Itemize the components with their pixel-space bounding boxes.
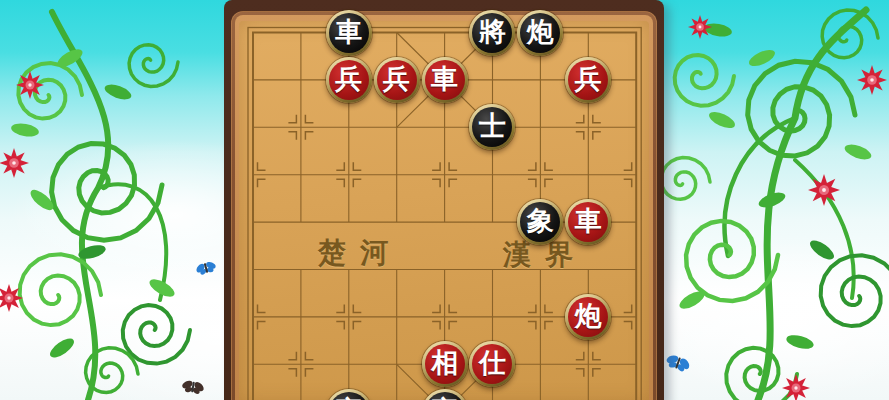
piece-face: 卒 — [425, 392, 465, 400]
piece-face: 兵 — [568, 60, 608, 100]
piece-black-elephant[interactable]: 象 — [517, 199, 563, 245]
piece-face: 車 — [329, 13, 369, 53]
piece-character: 象 — [527, 208, 554, 236]
piece-character: 車 — [431, 66, 458, 94]
piece-red-cannon[interactable]: 炮 — [565, 294, 611, 340]
piece-character: 相 — [431, 350, 458, 378]
piece-red-soldier-b[interactable]: 兵 — [374, 57, 420, 103]
piece-face: 相 — [425, 344, 465, 384]
piece-red-soldier-c[interactable]: 兵 — [565, 57, 611, 103]
piece-black-soldier-a[interactable]: 卒 — [326, 389, 372, 400]
piece-character: 炮 — [527, 19, 554, 47]
piece-face: 車 — [568, 202, 608, 242]
piece-face: 兵 — [329, 60, 369, 100]
piece-black-cannon[interactable]: 炮 — [517, 10, 563, 56]
piece-black-general[interactable]: 將 — [469, 10, 515, 56]
piece-character: 仕 — [479, 350, 506, 378]
piece-black-soldier-b[interactable]: 卒 — [422, 389, 468, 400]
piece-face: 炮 — [520, 13, 560, 53]
piece-face: 兵 — [377, 60, 417, 100]
piece-face: 仕 — [472, 344, 512, 384]
piece-face: 士 — [472, 107, 512, 147]
piece-red-chariot-b[interactable]: 車 — [565, 199, 611, 245]
piece-character: 車 — [575, 208, 602, 236]
app-window: 楚河 漢界 車將炮兵兵車兵士象車炮相仕卒卒 — [0, 0, 889, 400]
piece-face: 象 — [520, 202, 560, 242]
piece-black-chariot[interactable]: 車 — [326, 10, 372, 56]
piece-face: 將 — [472, 13, 512, 53]
piece-character: 兵 — [575, 66, 602, 94]
piece-character: 將 — [479, 19, 506, 47]
piece-red-elephant[interactable]: 相 — [422, 341, 468, 387]
xiangqi-board: 車將炮兵兵車兵士象車炮相仕卒卒 — [229, 9, 660, 400]
piece-red-chariot-a[interactable]: 車 — [422, 57, 468, 103]
piece-black-advisor[interactable]: 士 — [469, 104, 515, 150]
piece-character: 炮 — [575, 303, 602, 331]
piece-character: 士 — [479, 113, 506, 141]
piece-face: 卒 — [329, 392, 369, 400]
piece-character: 兵 — [335, 66, 362, 94]
piece-character: 車 — [335, 19, 362, 47]
piece-character: 兵 — [383, 66, 410, 94]
piece-red-soldier-a[interactable]: 兵 — [326, 57, 372, 103]
piece-red-advisor[interactable]: 仕 — [469, 341, 515, 387]
piece-face: 車 — [425, 60, 465, 100]
piece-face: 炮 — [568, 297, 608, 337]
